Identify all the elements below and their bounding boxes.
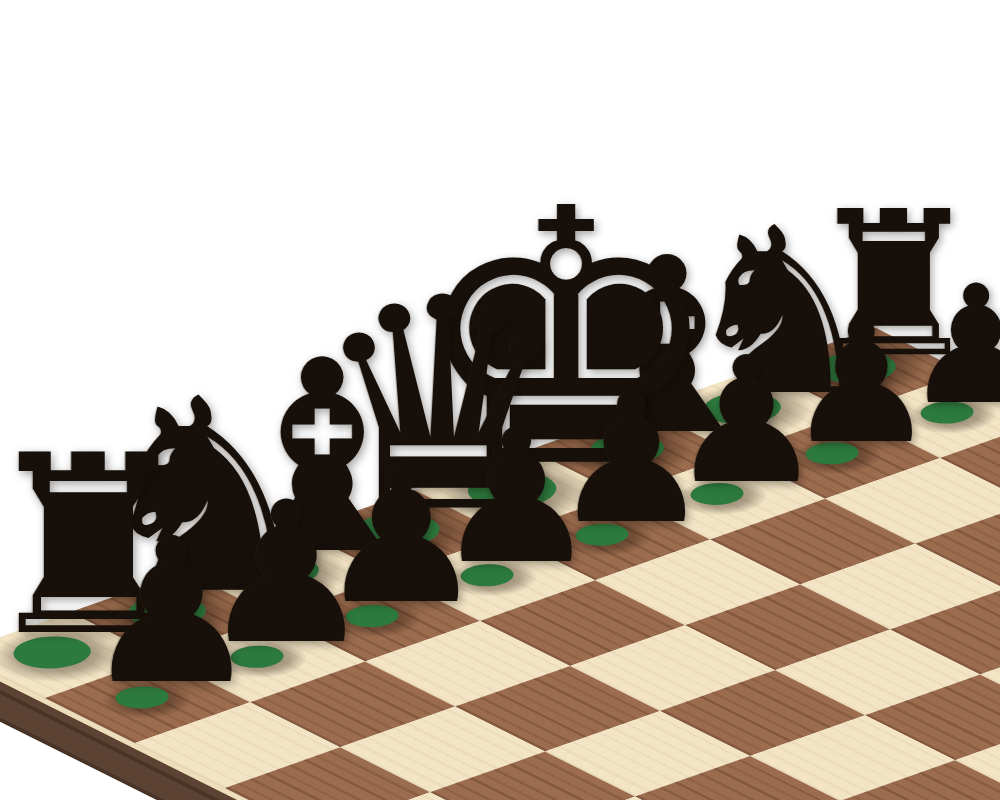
product-photo-canvas: ♜♞♝♛♚♝♞♜♟♟♟♟♟♟♟♟: [0, 0, 1000, 800]
board-scene: ♜♞♝♛♚♝♞♜♟♟♟♟♟♟♟♟: [0, 327, 1000, 800]
black-pawn-a7[interactable]: ♟: [71, 512, 271, 712]
chess-board: ♜♞♝♛♚♝♞♜♟♟♟♟♟♟♟♟: [0, 327, 1000, 800]
